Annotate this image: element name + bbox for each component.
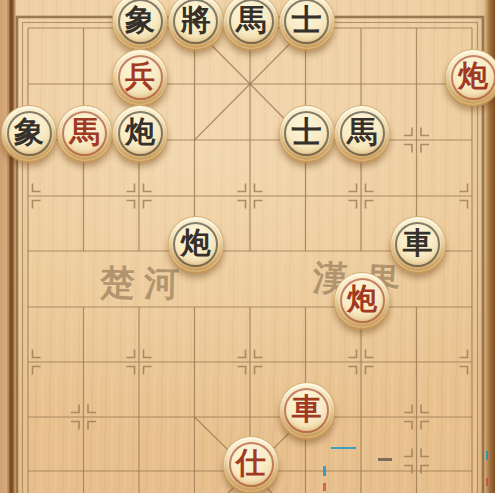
black-cannon-piece[interactable]: 炮 (112, 105, 168, 161)
piece-glyph: 車 (292, 394, 322, 424)
piece-glyph: 炮 (181, 228, 211, 258)
xiangqi-board[interactable]: 楚河 漢界 象將馬士兵炮象馬炮士馬炮車炮車仕 (0, 0, 495, 493)
piece-glyph: 兵 (125, 61, 155, 91)
black-elephant-piece[interactable]: 象 (1, 105, 57, 161)
red-cannon-piece[interactable]: 炮 (334, 272, 390, 328)
black-advisor-piece[interactable]: 士 (279, 105, 335, 161)
piece-glyph: 馬 (347, 117, 377, 147)
piece-glyph: 車 (403, 228, 433, 258)
piece-glyph: 象 (125, 5, 155, 35)
red-soldier-piece[interactable]: 兵 (112, 49, 168, 105)
piece-glyph: 將 (181, 5, 211, 35)
black-horse-piece[interactable]: 馬 (334, 105, 390, 161)
piece-glyph: 炮 (347, 284, 377, 314)
black-chariot-piece[interactable]: 車 (390, 216, 446, 272)
piece-glyph: 炮 (458, 61, 488, 91)
piece-glyph: 士 (292, 5, 322, 35)
piece-glyph: 炮 (125, 117, 155, 147)
red-cannon-piece[interactable]: 炮 (445, 49, 495, 105)
piece-glyph: 馬 (236, 5, 266, 35)
red-horse-piece[interactable]: 馬 (57, 105, 113, 161)
piece-glyph: 士 (292, 117, 322, 147)
piece-glyph: 馬 (70, 117, 100, 147)
black-cannon-piece[interactable]: 炮 (168, 216, 224, 272)
piece-glyph: 仕 (236, 448, 266, 478)
red-chariot-piece[interactable]: 車 (279, 382, 335, 438)
piece-glyph: 象 (14, 117, 44, 147)
red-advisor-piece[interactable]: 仕 (223, 436, 279, 492)
